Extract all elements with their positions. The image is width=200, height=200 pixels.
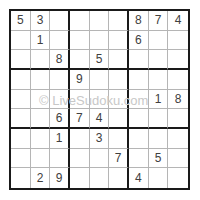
cell-r8c1[interactable] bbox=[11, 149, 31, 169]
cell-r4c9[interactable] bbox=[168, 70, 188, 90]
sudoku-page: 5387416859186741375294 © LiveSudoku.com bbox=[0, 0, 200, 200]
cell-r6c9[interactable] bbox=[168, 109, 188, 129]
cell-r1c4[interactable] bbox=[70, 11, 90, 31]
cell-r7c2[interactable] bbox=[31, 129, 51, 149]
cell-r9c6[interactable] bbox=[109, 168, 129, 188]
cell-r1c6[interactable] bbox=[109, 11, 129, 31]
cell-r3c4[interactable] bbox=[70, 50, 90, 70]
cell-r9c2[interactable]: 2 bbox=[31, 168, 51, 188]
cell-r3c2[interactable] bbox=[31, 50, 51, 70]
cell-r5c8[interactable]: 1 bbox=[149, 90, 169, 110]
cell-r8c3[interactable] bbox=[50, 149, 70, 169]
cell-r7c5[interactable]: 3 bbox=[90, 129, 110, 149]
cell-r5c6[interactable] bbox=[109, 90, 129, 110]
cell-r4c8[interactable] bbox=[149, 70, 169, 90]
cell-r1c5[interactable] bbox=[90, 11, 110, 31]
cell-r8c6[interactable]: 7 bbox=[109, 149, 129, 169]
cell-r1c8[interactable]: 7 bbox=[149, 11, 169, 31]
cell-r9c9[interactable] bbox=[168, 168, 188, 188]
cell-r4c1[interactable] bbox=[11, 70, 31, 90]
cell-r5c1[interactable] bbox=[11, 90, 31, 110]
cell-r5c2[interactable] bbox=[31, 90, 51, 110]
cell-r4c4[interactable]: 9 bbox=[70, 70, 90, 90]
cell-r2c9[interactable] bbox=[168, 31, 188, 51]
cell-r4c6[interactable] bbox=[109, 70, 129, 90]
cell-r5c3[interactable] bbox=[50, 90, 70, 110]
cell-r8c7[interactable] bbox=[129, 149, 149, 169]
cell-r2c3[interactable] bbox=[50, 31, 70, 51]
cell-r9c4[interactable] bbox=[70, 168, 90, 188]
cell-r6c1[interactable] bbox=[11, 109, 31, 129]
cell-r9c1[interactable] bbox=[11, 168, 31, 188]
cell-r8c2[interactable] bbox=[31, 149, 51, 169]
cell-r5c4[interactable] bbox=[70, 90, 90, 110]
cell-r2c1[interactable] bbox=[11, 31, 31, 51]
cell-r8c4[interactable] bbox=[70, 149, 90, 169]
cell-r1c2[interactable]: 3 bbox=[31, 11, 51, 31]
cell-r1c3[interactable] bbox=[50, 11, 70, 31]
cell-r1c9[interactable]: 4 bbox=[168, 11, 188, 31]
cell-r2c6[interactable] bbox=[109, 31, 129, 51]
cell-r6c6[interactable] bbox=[109, 109, 129, 129]
cell-r9c7[interactable]: 4 bbox=[129, 168, 149, 188]
cell-r7c3[interactable]: 1 bbox=[50, 129, 70, 149]
cell-r6c3[interactable]: 6 bbox=[50, 109, 70, 129]
sudoku-board: 5387416859186741375294 bbox=[9, 9, 190, 190]
cell-r3c1[interactable] bbox=[11, 50, 31, 70]
cell-r7c4[interactable] bbox=[70, 129, 90, 149]
cell-r4c2[interactable] bbox=[31, 70, 51, 90]
cell-r5c9[interactable]: 8 bbox=[168, 90, 188, 110]
cell-r8c8[interactable]: 5 bbox=[149, 149, 169, 169]
cell-r4c7[interactable] bbox=[129, 70, 149, 90]
cell-r7c6[interactable] bbox=[109, 129, 129, 149]
cell-r8c5[interactable] bbox=[90, 149, 110, 169]
cell-r1c7[interactable]: 8 bbox=[129, 11, 149, 31]
cell-r2c7[interactable]: 6 bbox=[129, 31, 149, 51]
cell-r2c5[interactable] bbox=[90, 31, 110, 51]
cell-r2c8[interactable] bbox=[149, 31, 169, 51]
cell-r4c5[interactable] bbox=[90, 70, 110, 90]
cell-r9c8[interactable] bbox=[149, 168, 169, 188]
cell-r3c7[interactable] bbox=[129, 50, 149, 70]
cell-r6c4[interactable]: 7 bbox=[70, 109, 90, 129]
cell-r3c9[interactable] bbox=[168, 50, 188, 70]
cell-r7c1[interactable] bbox=[11, 129, 31, 149]
cell-r6c5[interactable]: 4 bbox=[90, 109, 110, 129]
cell-r7c8[interactable] bbox=[149, 129, 169, 149]
cell-r5c7[interactable] bbox=[129, 90, 149, 110]
cell-r8c9[interactable] bbox=[168, 149, 188, 169]
cell-r3c3[interactable]: 8 bbox=[50, 50, 70, 70]
cell-r5c5[interactable] bbox=[90, 90, 110, 110]
cell-r3c6[interactable] bbox=[109, 50, 129, 70]
cell-r3c8[interactable] bbox=[149, 50, 169, 70]
cell-r7c9[interactable] bbox=[168, 129, 188, 149]
cell-r2c4[interactable] bbox=[70, 31, 90, 51]
cell-r6c8[interactable] bbox=[149, 109, 169, 129]
cell-r6c2[interactable] bbox=[31, 109, 51, 129]
cell-r9c3[interactable]: 9 bbox=[50, 168, 70, 188]
cell-r7c7[interactable] bbox=[129, 129, 149, 149]
cell-r3c5[interactable]: 5 bbox=[90, 50, 110, 70]
cell-r4c3[interactable] bbox=[50, 70, 70, 90]
cell-r1c1[interactable]: 5 bbox=[11, 11, 31, 31]
cell-r6c7[interactable] bbox=[129, 109, 149, 129]
cell-r2c2[interactable]: 1 bbox=[31, 31, 51, 51]
cell-r9c5[interactable] bbox=[90, 168, 110, 188]
